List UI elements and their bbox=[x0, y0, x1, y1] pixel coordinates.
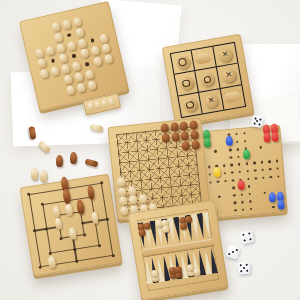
peg-hole bbox=[253, 162, 256, 165]
halma-brown-peg bbox=[171, 132, 180, 142]
blue-peg bbox=[226, 135, 234, 146]
backgammon-checker bbox=[185, 216, 193, 224]
morris-point bbox=[106, 217, 109, 220]
halma-brown-peg bbox=[170, 122, 179, 132]
halma-brown-peg bbox=[179, 121, 188, 131]
ttt-cell bbox=[220, 85, 245, 110]
peg-hole bbox=[231, 171, 234, 174]
wooden-peg bbox=[87, 80, 97, 91]
o-mark bbox=[203, 75, 212, 84]
peg-hole bbox=[208, 166, 211, 169]
blue-peg bbox=[269, 192, 277, 203]
die-pip bbox=[258, 123, 260, 125]
peg-hole bbox=[229, 149, 232, 152]
red-peg bbox=[271, 131, 279, 142]
peg-hole bbox=[230, 156, 233, 159]
peg-hole bbox=[223, 164, 226, 167]
halma-brown-peg bbox=[180, 131, 189, 141]
loose-die-1 bbox=[240, 230, 254, 244]
spare-peg bbox=[87, 102, 93, 112]
die-pip bbox=[246, 270, 248, 272]
peg-hole bbox=[224, 180, 227, 183]
halma-natural-peg bbox=[119, 196, 128, 206]
halma-brown-peg bbox=[191, 140, 200, 150]
backgammon-board bbox=[128, 200, 229, 300]
halma-natural-peg bbox=[138, 194, 147, 204]
halma-natural-peg bbox=[127, 185, 136, 195]
ttt-peg-o bbox=[183, 97, 198, 112]
peg-hole bbox=[234, 209, 237, 212]
peg-hole bbox=[233, 194, 236, 197]
spare-peg bbox=[108, 98, 114, 108]
wooden-peg bbox=[66, 85, 76, 96]
peg-hole bbox=[272, 206, 275, 209]
backgammon-point bbox=[202, 212, 212, 239]
morris-point bbox=[112, 254, 115, 257]
peg-hole bbox=[234, 202, 237, 205]
ttt-peg-x: ✕ bbox=[204, 94, 219, 109]
green-peg bbox=[242, 149, 250, 160]
o-mark bbox=[178, 58, 187, 67]
peg-hole bbox=[246, 170, 249, 173]
peg-hole bbox=[248, 185, 251, 188]
peg-hole bbox=[237, 148, 240, 151]
empty-hole bbox=[67, 33, 71, 37]
peg-hole bbox=[209, 181, 212, 184]
loose-brown-peg bbox=[84, 158, 98, 167]
peg-hole bbox=[249, 200, 252, 203]
peg-hole bbox=[237, 156, 240, 159]
die-face-cell bbox=[233, 254, 237, 258]
halma-field bbox=[116, 126, 202, 212]
halma-brown-peg bbox=[160, 123, 169, 133]
blue-peg bbox=[277, 199, 285, 210]
peg-hole bbox=[232, 179, 235, 182]
yellow-peg bbox=[213, 167, 221, 178]
green-peg bbox=[203, 137, 211, 148]
die-pip bbox=[249, 238, 251, 240]
peg-hole bbox=[259, 146, 262, 149]
peg-hole bbox=[270, 176, 273, 179]
morris-point bbox=[100, 181, 103, 184]
peg-hole bbox=[263, 191, 266, 194]
empty-hole bbox=[72, 54, 76, 58]
peg-hole bbox=[246, 162, 249, 165]
empty-hole bbox=[91, 38, 95, 42]
o-mark bbox=[186, 100, 195, 109]
solitaire-cell bbox=[107, 74, 120, 87]
peg-hole bbox=[261, 161, 264, 164]
wooden-peg bbox=[76, 82, 86, 93]
peg-hole bbox=[218, 195, 221, 198]
peg-hole bbox=[277, 167, 280, 170]
halma-brown-peg bbox=[189, 120, 198, 130]
peg-hole bbox=[269, 168, 272, 171]
peg-hole bbox=[254, 177, 257, 180]
backgammon-checker bbox=[143, 222, 151, 230]
loose-die-2 bbox=[225, 244, 240, 259]
peg-hole bbox=[262, 176, 265, 179]
loose-light-peg bbox=[31, 168, 38, 180]
ttt-peg-o bbox=[175, 55, 190, 70]
halma-natural-peg bbox=[117, 177, 126, 187]
loose-brown-peg bbox=[56, 155, 63, 167]
spare-peg bbox=[101, 99, 107, 109]
peg-hole bbox=[236, 140, 239, 143]
peg-hole bbox=[208, 173, 211, 176]
ttt-peg-o bbox=[200, 72, 215, 87]
peg-hole bbox=[247, 178, 250, 181]
peg-hole bbox=[261, 169, 264, 172]
backgammon-checker bbox=[162, 225, 170, 233]
loose-brown-peg bbox=[70, 152, 77, 164]
peg-hole bbox=[224, 172, 227, 175]
tic-tac-toe-board: ✕✕✕ bbox=[162, 34, 255, 127]
tic-tac-toe-grid: ✕✕✕ bbox=[170, 42, 246, 118]
peg-hole bbox=[214, 150, 217, 153]
peg-hole bbox=[217, 180, 220, 183]
red-peg bbox=[264, 132, 272, 143]
ttt-peg-x: ✕ bbox=[221, 68, 236, 83]
scene: ✕✕✕ bbox=[0, 0, 300, 300]
backgammon-checker bbox=[138, 228, 146, 236]
lying-peg bbox=[224, 91, 241, 104]
empty-hole bbox=[85, 62, 89, 66]
backgammon-field bbox=[137, 209, 219, 291]
peg-solitaire-grid bbox=[28, 10, 119, 101]
peg-hole bbox=[276, 160, 279, 163]
peg-hole bbox=[235, 133, 238, 136]
lying-peg bbox=[195, 52, 212, 65]
halma-natural-peg bbox=[118, 187, 127, 197]
halma-natural-peg bbox=[120, 206, 129, 216]
halma-brown-peg bbox=[190, 130, 199, 140]
peg-hole bbox=[242, 209, 245, 212]
ttt-peg-o bbox=[179, 76, 194, 91]
peg-hole bbox=[241, 201, 244, 204]
nine-mens-morris-board bbox=[20, 174, 123, 277]
mill-field bbox=[29, 183, 114, 268]
empty-hole bbox=[51, 59, 55, 63]
peg-hole bbox=[250, 208, 253, 211]
peg-hole bbox=[238, 163, 241, 166]
peg-hole bbox=[244, 140, 247, 143]
halma-brown-peg bbox=[181, 141, 190, 151]
halma-brown-peg bbox=[161, 133, 170, 143]
o-mark bbox=[182, 79, 191, 88]
ttt-peg-x: ✕ bbox=[218, 47, 233, 62]
loose-light-peg bbox=[40, 170, 47, 182]
peg-hole bbox=[254, 169, 257, 172]
peg-hole bbox=[239, 171, 242, 174]
backgammon-checker bbox=[180, 222, 188, 230]
morris-point bbox=[75, 260, 78, 263]
morris-point bbox=[39, 266, 42, 269]
peg-hole bbox=[230, 164, 233, 167]
peg-hole bbox=[243, 132, 246, 135]
halma-natural-peg bbox=[128, 195, 137, 205]
spare-peg bbox=[94, 101, 100, 111]
peg-hole bbox=[268, 160, 271, 163]
red-peg bbox=[237, 180, 245, 191]
peg-hole bbox=[232, 186, 235, 189]
die-on-box bbox=[251, 115, 264, 128]
peg-hole bbox=[248, 193, 251, 196]
loose-die-3 bbox=[237, 261, 250, 274]
peg-hole bbox=[241, 193, 244, 196]
peg-hole bbox=[277, 175, 280, 178]
